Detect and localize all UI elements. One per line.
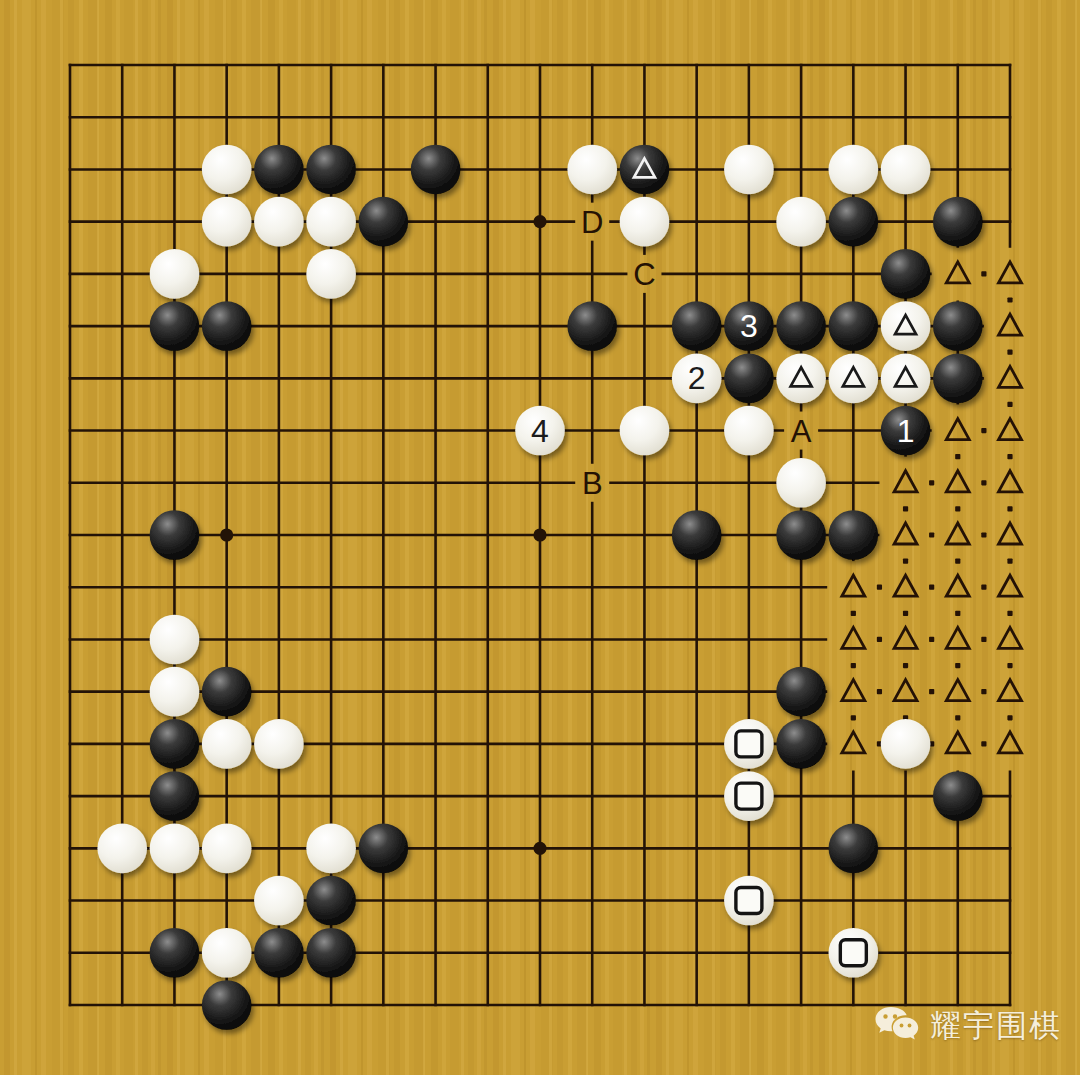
black-stone	[306, 145, 356, 195]
white-stone	[881, 301, 931, 351]
white-stone	[881, 354, 931, 404]
black-stone	[672, 301, 722, 351]
territory-dot-mark	[851, 663, 856, 668]
white-stone	[776, 458, 826, 508]
square-stone-mark	[840, 940, 866, 966]
white-stone	[829, 145, 879, 195]
territory-dot-mark	[1007, 506, 1012, 511]
black-stone	[359, 824, 409, 874]
white-stone	[829, 354, 879, 404]
black-stone	[829, 510, 879, 560]
territory-dot-mark	[1007, 715, 1012, 720]
territory-dot-mark	[955, 663, 960, 668]
territory-dot-mark	[903, 506, 908, 511]
territory-dot-mark	[1007, 663, 1012, 668]
white-stone	[254, 197, 304, 247]
territory-dot-mark	[903, 559, 908, 564]
territory-dot-mark	[903, 611, 908, 616]
white-stone	[620, 197, 670, 247]
black-stone	[776, 301, 826, 351]
territory-dot-mark	[955, 454, 960, 459]
square-stone-mark	[736, 888, 762, 914]
territory-dot-mark	[955, 506, 960, 511]
territory-dot-mark	[981, 428, 986, 433]
black-stone	[776, 667, 826, 717]
black-stone	[202, 667, 252, 717]
black-stone	[306, 876, 356, 926]
black-stone	[776, 719, 826, 769]
move-number-1: 1	[897, 413, 915, 449]
territory-dot-mark	[929, 532, 934, 537]
black-stone	[150, 928, 200, 978]
black-stone	[829, 197, 879, 247]
white-stone	[620, 406, 670, 456]
territory-dot-mark	[877, 585, 882, 590]
territory-dot-mark	[929, 637, 934, 642]
territory-dot-mark	[981, 689, 986, 694]
territory-dot-mark	[929, 480, 934, 485]
territory-dot-mark	[981, 480, 986, 485]
white-stone	[254, 876, 304, 926]
territory-dot-mark	[1007, 611, 1012, 616]
territory-dot-mark	[1007, 297, 1012, 302]
territory-dot-mark	[877, 689, 882, 694]
territory-dot-mark	[981, 532, 986, 537]
white-stone	[202, 928, 252, 978]
black-stone	[202, 980, 252, 1030]
square-stone-mark	[736, 783, 762, 809]
black-stone	[829, 301, 879, 351]
white-stone	[881, 719, 931, 769]
white-stone	[202, 197, 252, 247]
white-stone	[202, 719, 252, 769]
black-stone	[567, 301, 617, 351]
white-stone	[150, 615, 200, 665]
black-stone	[254, 928, 304, 978]
white-stone	[567, 145, 617, 195]
white-stone	[776, 354, 826, 404]
white-stone	[724, 406, 774, 456]
black-stone	[359, 197, 409, 247]
territory-dot-mark	[851, 611, 856, 616]
territory-dot-mark	[1007, 559, 1012, 564]
white-stone	[881, 145, 931, 195]
point-label-c: C	[633, 257, 655, 292]
black-stone	[150, 719, 200, 769]
black-stone	[933, 301, 983, 351]
black-stone	[724, 354, 774, 404]
black-stone	[933, 771, 983, 821]
move-number-4: 4	[531, 413, 549, 449]
white-stone	[97, 824, 147, 874]
territory-dot-mark	[851, 715, 856, 720]
white-stone	[202, 824, 252, 874]
black-stone	[150, 510, 200, 560]
white-stone	[202, 145, 252, 195]
go-diagram: ABCD1234 耀宇围棋	[0, 0, 1080, 1075]
white-stone	[306, 824, 356, 874]
black-stone	[776, 510, 826, 560]
territory-dot-mark	[981, 637, 986, 642]
white-stone	[306, 197, 356, 247]
go-board: ABCD1234	[0, 0, 1080, 1075]
territory-dot-mark	[981, 741, 986, 746]
point-label-b: B	[582, 466, 603, 501]
white-stone	[150, 824, 200, 874]
territory-dot-mark	[1007, 350, 1012, 355]
black-stone	[933, 197, 983, 247]
territory-dot-mark	[877, 637, 882, 642]
white-stone	[150, 667, 200, 717]
territory-dot-mark	[1007, 402, 1012, 407]
territory-dot-mark	[903, 663, 908, 668]
white-stone	[306, 249, 356, 299]
territory-dot-mark	[981, 585, 986, 590]
white-stone	[776, 197, 826, 247]
black-stone	[620, 145, 670, 195]
territory-dot-mark	[955, 559, 960, 564]
move-number-3: 3	[740, 308, 758, 344]
white-stone	[150, 249, 200, 299]
black-stone	[150, 301, 200, 351]
black-stone	[411, 145, 461, 195]
black-stone	[829, 824, 879, 874]
square-stone-mark	[736, 731, 762, 757]
black-stone	[306, 928, 356, 978]
black-stone	[150, 771, 200, 821]
point-label-a: A	[791, 414, 812, 449]
black-stone	[933, 354, 983, 404]
territory-dot-mark	[955, 611, 960, 616]
black-stone	[202, 301, 252, 351]
black-stone	[881, 249, 931, 299]
point-label-d: D	[581, 205, 603, 240]
black-stone	[254, 145, 304, 195]
move-number-2: 2	[688, 360, 706, 396]
territory-dot-mark	[929, 585, 934, 590]
territory-dot-mark	[1007, 454, 1012, 459]
white-stone	[254, 719, 304, 769]
black-stone	[672, 510, 722, 560]
territory-dot-mark	[981, 271, 986, 276]
territory-dot-mark	[955, 715, 960, 720]
territory-dot-mark	[929, 689, 934, 694]
white-stone	[724, 145, 774, 195]
